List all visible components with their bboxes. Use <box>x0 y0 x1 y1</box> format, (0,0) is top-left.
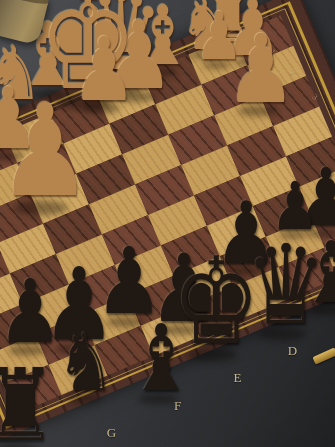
pieces-and-labels-overlay: GFED123♜♞♟♟♝♛♝♟♚♞♟♟♟♟♟♟♟♝♟♟♛♟♟♚♞♝♜ <box>0 0 335 447</box>
file-label-e: E <box>234 370 243 386</box>
black-pawn-h6: ♟ <box>0 268 62 356</box>
rank-label-1: 1 <box>269 47 278 56</box>
black-rook-h8: ♜ <box>0 356 57 447</box>
black-pawn-d7: ♟ <box>214 190 277 276</box>
shadow-of-black-pawn-e7 <box>161 324 200 335</box>
black-pawn-e7: ♟ <box>149 242 218 336</box>
white-knight-g1: ♞ <box>0 36 43 111</box>
shadow-of-black-pawn-c7 <box>307 228 335 238</box>
shadow-of-white-rook-a1 <box>210 44 242 53</box>
chess-set-photo: GFED123♜♞♟♟♝♛♝♟♚♞♟♟♟♟♟♟♟♝♟♟♛♟♟♚♞♝♜ <box>0 0 335 447</box>
white-pawn-d2: ♟ <box>104 8 174 103</box>
shadow-of-white-queen-d1 <box>92 81 142 95</box>
white-pawn-b2: ♟ <box>195 4 244 70</box>
black-pawn-g6: ♟ <box>42 255 116 355</box>
file-label-d: D <box>288 343 298 359</box>
shadow-of-white-pawn-a2 <box>234 57 267 66</box>
white-king-e1: ♚ <box>38 0 137 109</box>
white-rook-a1: ♜ <box>200 0 255 53</box>
shadow-of-black-pawn-f6 <box>107 316 146 327</box>
shadow-of-white-pawn-e2 <box>83 103 120 114</box>
shadow-of-white-knight-g1 <box>0 102 28 111</box>
black-king-e8: ♚ <box>172 242 260 362</box>
black-bishop-f8: ♝ <box>127 313 195 405</box>
white-queen-d1: ♛ <box>78 0 165 95</box>
black-pawn-c7: ♟ <box>297 158 335 238</box>
white-knight-b1: ♞ <box>180 0 231 60</box>
shadow-of-white-bishop-f1 <box>27 88 64 99</box>
black-knight-g7: ♞ <box>57 323 116 403</box>
shadow-of-black-pawn-g6 <box>55 343 97 355</box>
shadow-of-black-pawn-h6 <box>9 345 46 356</box>
shadow-of-black-knight-g7 <box>67 393 101 403</box>
white-pawn-a3: ♟ <box>226 22 296 117</box>
white-pawn-e2: ♟ <box>72 26 137 114</box>
file-label-g: G <box>107 425 117 441</box>
shadow-of-white-pawn-d2 <box>116 91 156 102</box>
shadow-of-white-knight-b1 <box>189 51 218 59</box>
shadow-of-white-pawn-g3 <box>14 200 68 215</box>
black-bishop-c8: ♝ <box>300 230 335 315</box>
file-label-f: F <box>174 398 182 414</box>
white-pawn-h2: ♟ <box>0 76 39 161</box>
black-pawn-f6: ♟ <box>95 236 163 328</box>
rank-label-3: 3 <box>311 92 320 101</box>
white-pawn-g3: ♟ <box>0 87 92 215</box>
white-pawn-a2: ♟ <box>224 0 281 67</box>
black-queen-d8: ♛ <box>246 230 327 340</box>
white-bishop-c1: ♝ <box>133 0 193 77</box>
shadow-of-black-bishop-c8 <box>310 305 335 315</box>
shadow-of-white-bishop-c1 <box>143 67 177 77</box>
shadow-of-white-pawn-b2 <box>203 61 231 69</box>
rank-label-2: 2 <box>289 67 298 76</box>
black-pawn-c6: ♟ <box>271 174 320 240</box>
shadow-of-black-queen-d8 <box>259 327 305 340</box>
shadow-of-black-pawn-d7 <box>225 266 261 276</box>
shadow-of-black-bishop-f8 <box>139 393 178 404</box>
shadow-of-white-king-e1 <box>55 94 112 110</box>
shadow-of-black-pawn-c6 <box>279 231 307 239</box>
shadow-of-white-pawn-a3 <box>238 105 278 116</box>
shadow-of-white-pawn-h2 <box>0 151 23 161</box>
shadow-of-black-king-e8 <box>187 348 237 362</box>
